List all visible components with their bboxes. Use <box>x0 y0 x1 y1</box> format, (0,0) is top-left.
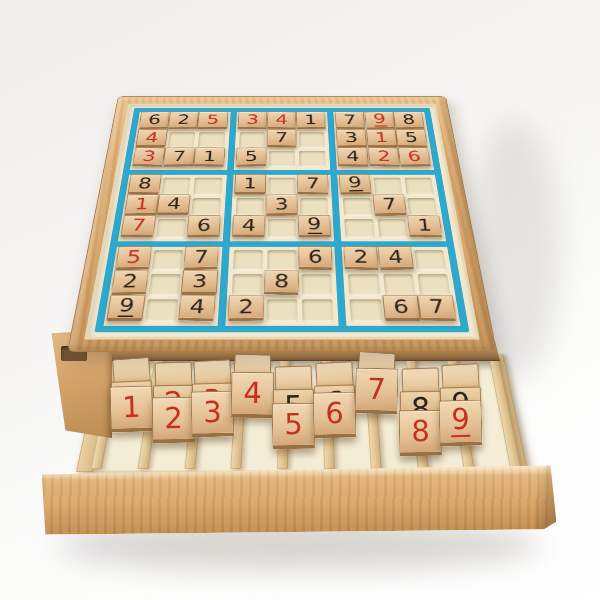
tile-digit: 7 <box>172 149 186 163</box>
cell-r1c2[interactable]: 2 <box>170 115 197 130</box>
cell-r8c4[interactable] <box>231 274 262 295</box>
cell-r6c6[interactable]: 9 <box>300 219 329 238</box>
box-3-3: 2467 <box>342 247 461 326</box>
cell-r9c6[interactable] <box>302 299 334 321</box>
tile-digit: 1 <box>417 217 433 234</box>
tile-digit: 6 <box>197 217 212 234</box>
tile-r3c1-3[interactable]: 3 <box>132 147 166 167</box>
tile-digit: 5 <box>404 131 418 145</box>
cell-r5c2[interactable]: 4 <box>159 198 189 216</box>
drawer-tile-1[interactable]: 1 <box>109 385 153 432</box>
cell-r8c6[interactable] <box>302 274 333 295</box>
drawer-stack-9[interactable]: 99 <box>437 364 483 444</box>
tile-r4c4-1[interactable]: 1 <box>234 174 266 194</box>
cell-r2c7[interactable]: 3 <box>339 132 366 148</box>
box-1-2: 34175 <box>234 112 331 170</box>
drawer-tile-8[interactable]: 8 <box>399 410 443 457</box>
cell-r7c7[interactable]: 2 <box>347 250 378 270</box>
cell-r8c5[interactable]: 8 <box>267 274 298 295</box>
cell-r9c8[interactable]: 6 <box>385 299 419 321</box>
cell-r2c9[interactable]: 5 <box>398 132 426 148</box>
cell-r4c7[interactable]: 9 <box>342 177 371 194</box>
tile-digit: 5 <box>125 248 142 266</box>
cell-r6c8[interactable] <box>377 219 408 238</box>
tile-r1c2-2[interactable]: 2 <box>168 111 199 129</box>
cell-r1c4[interactable]: 3 <box>240 115 266 130</box>
drawer-tile-digit: 9 <box>451 406 470 437</box>
cell-r7c5[interactable] <box>267 250 297 270</box>
drawer-tile-7[interactable]: 7 <box>354 367 398 414</box>
cell-r3c6[interactable] <box>299 151 326 167</box>
cell-r7c8[interactable]: 4 <box>380 250 412 270</box>
box-1-1: 6254371 <box>130 112 231 170</box>
tile-r1c3-5[interactable]: 5 <box>197 112 228 130</box>
sudoku-grid: 6254371341757983154268147617349971572394… <box>95 108 470 332</box>
cell-r8c3[interactable]: 3 <box>184 274 216 295</box>
box-3-2: 682 <box>225 247 339 326</box>
tile-r4c7-9[interactable]: 9 <box>339 174 373 195</box>
tile-r1c7-7[interactable]: 7 <box>335 111 365 129</box>
cell-r9c5[interactable] <box>266 299 297 321</box>
cell-r2c6[interactable] <box>299 132 325 148</box>
tile-r3c4-5[interactable]: 5 <box>236 147 267 167</box>
tile-digit: 3 <box>246 113 259 126</box>
cell-r1c1[interactable]: 6 <box>141 115 169 130</box>
cell-r2c1[interactable]: 4 <box>138 132 166 148</box>
box-2-2: 17349 <box>230 175 335 242</box>
cell-r5c6[interactable] <box>300 198 329 216</box>
drawer-tile-3[interactable]: 3 <box>191 391 235 438</box>
tile-r1c4-3[interactable]: 3 <box>237 111 267 129</box>
box-2-1: 81476 <box>118 175 227 242</box>
cell-r4c1[interactable]: 8 <box>130 177 160 194</box>
tile-digit: 2 <box>377 149 391 163</box>
tile-digit: 1 <box>374 131 388 144</box>
cell-r4c2[interactable] <box>162 177 191 194</box>
drawer-tile-digit: 3 <box>203 398 222 427</box>
drawer-stack-1[interactable]: 11 <box>108 358 154 430</box>
cell-r4c8[interactable] <box>373 177 402 194</box>
tile-digit: 6 <box>392 297 409 316</box>
cell-r3c7[interactable]: 4 <box>340 151 368 167</box>
tile-r7c6-6[interactable]: 6 <box>298 246 332 270</box>
tile-digit: 3 <box>345 131 359 145</box>
cell-r3c5[interactable] <box>269 151 296 167</box>
tile-r2c1-4[interactable]: 4 <box>135 129 168 147</box>
tile-r9c8-6[interactable]: 6 <box>382 295 421 321</box>
cell-r2c4[interactable] <box>239 132 265 148</box>
tile-digit: 9 <box>117 296 135 317</box>
tile-r3c8-2[interactable]: 2 <box>368 147 400 167</box>
tile-r2c8-1[interactable]: 1 <box>366 129 398 147</box>
tile-digit: 4 <box>387 248 404 266</box>
tile-digit: 7 <box>130 217 147 233</box>
cell-r7c1[interactable]: 5 <box>117 250 150 270</box>
cell-r1c6[interactable]: 1 <box>298 115 324 130</box>
drawer-tile-4[interactable]: 4 <box>231 372 275 419</box>
tile-r5c2-4[interactable]: 4 <box>156 194 191 215</box>
drawer-tile-digit: 4 <box>243 379 262 408</box>
cell-r7c9[interactable] <box>414 250 447 270</box>
cell-r8c2[interactable] <box>149 274 182 295</box>
cell-r8c1[interactable]: 2 <box>113 274 146 295</box>
tile-digit: 7 <box>344 113 357 126</box>
drawer-front-handle[interactable] <box>42 465 557 534</box>
cell-r7c2[interactable] <box>152 250 184 270</box>
cell-r4c9[interactable] <box>404 177 434 194</box>
tile-digit: 4 <box>346 149 360 163</box>
tile-digit: 7 <box>428 297 446 316</box>
tile-digit: 7 <box>275 131 288 145</box>
tile-r7c3-7[interactable]: 7 <box>184 246 219 270</box>
cell-r9c7[interactable] <box>350 299 383 321</box>
tile-r8c1-2[interactable]: 2 <box>111 270 149 296</box>
cell-r1c5[interactable]: 4 <box>269 115 295 130</box>
cell-r9c1[interactable]: 9 <box>109 299 143 321</box>
cell-r7c4[interactable] <box>233 250 263 270</box>
cell-r1c8[interactable]: 9 <box>367 115 394 130</box>
cell-r6c1[interactable]: 7 <box>123 219 154 238</box>
sudoku-wooden-set-photo: 112233445566778899 625437134175798315426… <box>0 0 600 600</box>
cell-r6c2[interactable] <box>156 219 187 238</box>
tile-digit: 1 <box>134 196 150 212</box>
tile-digit: 5 <box>206 113 220 126</box>
cell-r3c4[interactable]: 5 <box>238 151 265 167</box>
drawer-stack-5[interactable]: 55 <box>270 366 316 447</box>
tile-digit: 1 <box>243 176 257 191</box>
cell-r4c4[interactable]: 1 <box>236 177 264 194</box>
tile-r5c1-1[interactable]: 1 <box>124 194 159 215</box>
tile-r2c9-5[interactable]: 5 <box>395 129 427 148</box>
cell-r2c3[interactable] <box>198 132 225 148</box>
tile-r5c5-3[interactable]: 3 <box>265 194 298 216</box>
box-2-3: 971 <box>337 175 446 242</box>
tile-digit: 7 <box>194 248 209 266</box>
cell-r6c3[interactable]: 6 <box>189 219 219 238</box>
cell-r1c9[interactable]: 8 <box>396 115 424 130</box>
drawer-tile-digit: 1 <box>122 393 141 423</box>
tile-r3c2-7[interactable]: 7 <box>163 147 195 166</box>
drawer-tile-digit: 2 <box>164 404 183 433</box>
tile-r6c1-7[interactable]: 7 <box>120 215 157 238</box>
cell-r7c3[interactable]: 7 <box>186 250 217 270</box>
tile-r1c8-9[interactable]: 9 <box>364 111 396 129</box>
tile-r6c9-1[interactable]: 1 <box>407 215 443 238</box>
tile-digit: 7 <box>381 196 397 212</box>
cell-r4c3[interactable] <box>194 177 223 194</box>
cell-r3c3[interactable]: 1 <box>196 151 224 167</box>
tile-digit: 6 <box>406 149 421 163</box>
tile-digit: 2 <box>238 297 253 316</box>
drawer-stack-6[interactable]: 66 <box>311 362 357 436</box>
cell-r4c6[interactable]: 7 <box>300 177 328 194</box>
tile-r3c3-1[interactable]: 1 <box>194 147 226 166</box>
tile-digit: 5 <box>245 149 258 163</box>
drawer-stack-7[interactable]: 77 <box>353 352 399 412</box>
tile-r7c7-2[interactable]: 2 <box>344 246 379 270</box>
tile-r1c6-1[interactable]: 1 <box>296 111 326 129</box>
tile-r6c3-6[interactable]: 6 <box>187 215 221 238</box>
tile-digit: 2 <box>177 113 191 126</box>
cell-r3c2[interactable]: 7 <box>165 151 193 167</box>
tile-r7c8-4[interactable]: 4 <box>377 246 414 270</box>
cell-r1c7[interactable]: 7 <box>338 115 365 130</box>
tile-digit: 6 <box>308 248 323 266</box>
tile-r4c1-8[interactable]: 8 <box>127 174 162 194</box>
board-surface: 6254371341757983154268147617349971572394… <box>84 104 479 340</box>
cell-r5c7[interactable] <box>343 198 372 216</box>
cell-r3c8[interactable]: 2 <box>370 151 398 167</box>
cell-r5c4[interactable] <box>235 198 264 216</box>
cell-r4c5[interactable] <box>268 177 296 194</box>
cell-r1c3[interactable]: 5 <box>200 115 227 130</box>
drawer-tile-6[interactable]: 6 <box>313 392 357 439</box>
tile-digit: 1 <box>304 113 317 126</box>
cell-r5c9[interactable] <box>407 198 438 216</box>
cell-r9c3[interactable]: 4 <box>181 299 214 321</box>
cell-r9c2[interactable] <box>145 299 179 321</box>
box-3-1: 572394 <box>103 247 222 326</box>
cell-r8c9[interactable] <box>417 274 450 295</box>
tile-r9c9-7[interactable]: 7 <box>417 295 456 322</box>
tile-digit: 9 <box>348 175 363 191</box>
tile-digit: 4 <box>166 196 182 212</box>
drawer-tile-digit: 6 <box>325 399 344 428</box>
tile-digit: 6 <box>148 113 162 126</box>
tile-r1c9-8[interactable]: 8 <box>393 111 425 129</box>
drawer-tile-digit: 5 <box>284 410 303 439</box>
cell-r5c8[interactable]: 7 <box>375 198 405 216</box>
tile-digit: 7 <box>306 176 320 191</box>
tile-r9c4-2[interactable]: 2 <box>228 295 264 322</box>
tile-r5c8-7[interactable]: 7 <box>372 194 407 215</box>
cell-r2c2[interactable] <box>168 132 196 148</box>
tile-digit: 2 <box>354 248 369 266</box>
tile-r3c7-4[interactable]: 4 <box>338 147 370 166</box>
cell-r8c8[interactable] <box>383 274 416 295</box>
cell-r9c9[interactable]: 7 <box>421 299 455 321</box>
drawer-tile-digit: 7 <box>367 375 386 405</box>
cell-r9c4[interactable]: 2 <box>230 299 262 321</box>
cell-r5c5[interactable]: 3 <box>268 198 296 216</box>
tile-digit: 9 <box>307 217 322 235</box>
tile-digit: 2 <box>122 272 139 291</box>
tile-digit: 4 <box>275 113 288 126</box>
tile-r8c5-8[interactable]: 8 <box>264 270 300 296</box>
tile-digit: 9 <box>372 113 387 127</box>
tile-r1c1-6[interactable]: 6 <box>139 111 170 129</box>
tile-digit: 3 <box>192 272 208 290</box>
tile-r8c3-3[interactable]: 3 <box>181 270 218 295</box>
sudoku-board: 6254371341757983154268147617349971572394… <box>67 96 497 352</box>
cell-r6c9[interactable]: 1 <box>410 219 441 238</box>
tile-digit: 3 <box>275 196 289 212</box>
tile-digit: 8 <box>274 272 289 291</box>
cell-r5c1[interactable]: 1 <box>126 198 157 216</box>
cell-r5c3[interactable] <box>192 198 221 216</box>
tile-digit: 8 <box>137 176 153 191</box>
tile-digit: 4 <box>145 131 160 144</box>
cell-r2c8[interactable]: 1 <box>368 132 396 148</box>
tile-r9c1-9[interactable]: 9 <box>106 295 146 321</box>
tile-r3c9-6[interactable]: 6 <box>397 147 431 166</box>
cell-r7c6[interactable]: 6 <box>301 250 331 270</box>
drawer-tile-digit: 8 <box>411 417 430 446</box>
tile-r2c5-7[interactable]: 7 <box>266 129 296 147</box>
tile-r7c1-5[interactable]: 5 <box>115 246 152 270</box>
cell-r2c5[interactable]: 7 <box>269 132 295 148</box>
drawer-stack-4[interactable]: 44 <box>229 354 275 416</box>
cell-r3c9[interactable]: 6 <box>401 151 430 167</box>
tile-digit: 4 <box>189 297 206 317</box>
cell-r6c5[interactable] <box>268 219 297 238</box>
cell-r3c1[interactable]: 3 <box>135 151 164 167</box>
tile-r6c6-9[interactable]: 9 <box>298 215 332 237</box>
tile-r2c7-3[interactable]: 3 <box>336 129 368 148</box>
drawer-tile-9[interactable]: 9 <box>439 400 483 447</box>
tile-r1c5-4[interactable]: 4 <box>267 111 297 129</box>
tile-digit: 3 <box>141 149 157 163</box>
tile-digit: 1 <box>203 149 217 163</box>
cell-r6c7[interactable] <box>345 219 375 238</box>
cell-r8c7[interactable] <box>348 274 380 295</box>
cell-r6c4[interactable]: 4 <box>234 219 263 238</box>
tile-r6c4-4[interactable]: 4 <box>231 215 265 237</box>
box-1-3: 798315426 <box>334 112 434 170</box>
tile-digit: 4 <box>241 217 256 233</box>
drawer-tile-5[interactable]: 5 <box>272 403 316 450</box>
tile-digit: 8 <box>401 113 416 126</box>
tile-r9c3-4[interactable]: 4 <box>178 295 217 322</box>
tile-r4c6-7[interactable]: 7 <box>297 174 329 195</box>
